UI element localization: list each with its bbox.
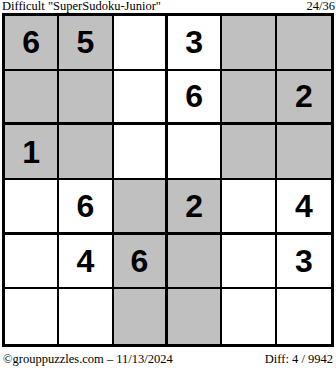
cell-r3c2[interactable] [59,125,113,180]
cell-r5c3[interactable]: 6 [114,235,168,290]
cell-r4c6[interactable]: 4 [277,180,331,235]
cell-r1c3[interactable] [114,16,168,71]
clue-counter: 24/36 [307,0,335,13]
cell-r2c2[interactable] [59,71,113,126]
copyright-credit: ©grouppuzzles.com – 11/13/2024 [3,352,173,366]
cell-r1c6[interactable] [277,16,331,71]
cell-r3c6[interactable] [277,125,331,180]
cell-r5c6[interactable]: 3 [277,235,331,290]
cell-r4c5[interactable] [222,180,276,235]
cell-r1c2[interactable]: 5 [59,16,113,71]
cell-r4c4[interactable]: 2 [168,180,222,235]
cell-r6c5[interactable] [222,289,276,344]
cell-r5c2[interactable]: 4 [59,235,113,290]
cell-r4c2[interactable]: 6 [59,180,113,235]
puzzle-title: Difficult "SuperSudoku-Junior" [2,0,161,13]
difficulty-rating: Diff: 4 / 9942 [265,352,333,366]
cell-r5c1[interactable] [5,235,59,290]
cell-r6c1[interactable] [5,289,59,344]
cell-r2c6[interactable]: 2 [277,71,331,126]
cell-r6c6[interactable] [277,289,331,344]
cell-r5c4[interactable] [168,235,222,290]
cell-r6c4[interactable] [168,289,222,344]
cell-r2c1[interactable] [5,71,59,126]
cell-r1c5[interactable] [222,16,276,71]
cell-r5c5[interactable] [222,235,276,290]
cell-r2c5[interactable] [222,71,276,126]
cell-r4c3[interactable] [114,180,168,235]
cell-r3c5[interactable] [222,125,276,180]
puzzle-footer: ©grouppuzzles.com – 11/13/2024 Diff: 4 /… [3,352,333,367]
cell-r3c4[interactable] [168,125,222,180]
cell-r1c1[interactable]: 6 [5,16,59,71]
puzzle-header: Difficult "SuperSudoku-Junior" 24/36 [2,0,335,13]
cell-r4c1[interactable] [5,180,59,235]
cell-r2c3[interactable] [114,71,168,126]
cell-r3c3[interactable] [114,125,168,180]
cell-r2c4[interactable]: 6 [168,71,222,126]
cell-r6c3[interactable] [114,289,168,344]
cell-r6c2[interactable] [59,289,113,344]
cell-r1c4[interactable]: 3 [168,16,222,71]
sudoku-board: 653621624463 [2,13,334,347]
cell-r3c1[interactable]: 1 [5,125,59,180]
